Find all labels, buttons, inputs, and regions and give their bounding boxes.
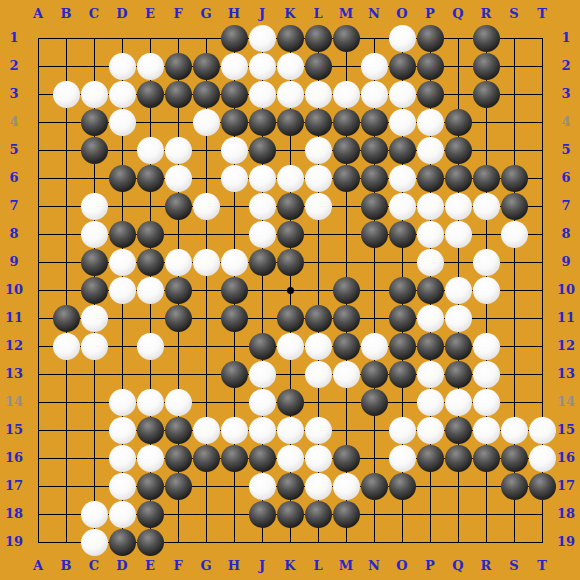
- intersection-H2[interactable]: ○: [220, 52, 248, 80]
- intersection-L5[interactable]: ○: [304, 136, 332, 164]
- intersection-R4[interactable]: [472, 108, 500, 136]
- intersection-E13[interactable]: [136, 360, 164, 388]
- intersection-H14[interactable]: [220, 388, 248, 416]
- intersection-N9[interactable]: [360, 248, 388, 276]
- intersection-N4[interactable]: ●: [360, 108, 388, 136]
- intersection-H18[interactable]: [220, 500, 248, 528]
- intersection-L3[interactable]: ○: [304, 80, 332, 108]
- intersection-S14[interactable]: [500, 388, 528, 416]
- intersection-P6[interactable]: ●: [416, 164, 444, 192]
- intersection-F7[interactable]: ●: [164, 192, 192, 220]
- intersection-T13[interactable]: [528, 360, 556, 388]
- intersection-F11[interactable]: ●: [164, 304, 192, 332]
- intersection-M1[interactable]: ●: [332, 24, 360, 52]
- intersection-N16[interactable]: [360, 444, 388, 472]
- intersection-C15[interactable]: [80, 416, 108, 444]
- intersection-P15[interactable]: ○: [416, 416, 444, 444]
- intersection-H17[interactable]: [220, 472, 248, 500]
- intersection-G13[interactable]: [192, 360, 220, 388]
- intersection-M19[interactable]: [332, 528, 360, 556]
- intersection-T14[interactable]: [528, 388, 556, 416]
- intersection-S7[interactable]: ●: [500, 192, 528, 220]
- intersection-M16[interactable]: ●: [332, 444, 360, 472]
- intersection-C9[interactable]: ●: [80, 248, 108, 276]
- intersection-D16[interactable]: ○: [108, 444, 136, 472]
- intersection-Q9[interactable]: [444, 248, 472, 276]
- intersection-R1[interactable]: ●: [472, 24, 500, 52]
- intersection-L16[interactable]: ○: [304, 444, 332, 472]
- intersection-N8[interactable]: ●: [360, 220, 388, 248]
- intersection-Q4[interactable]: ●: [444, 108, 472, 136]
- intersection-A9[interactable]: [24, 248, 52, 276]
- intersection-F4[interactable]: [164, 108, 192, 136]
- intersection-F1[interactable]: [164, 24, 192, 52]
- intersection-K14[interactable]: ●: [276, 388, 304, 416]
- intersection-T9[interactable]: [528, 248, 556, 276]
- intersection-D13[interactable]: [108, 360, 136, 388]
- intersection-K3[interactable]: ○: [276, 80, 304, 108]
- intersection-K11[interactable]: ●: [276, 304, 304, 332]
- intersection-S17[interactable]: ●: [500, 472, 528, 500]
- intersection-P17[interactable]: [416, 472, 444, 500]
- intersection-O18[interactable]: [388, 500, 416, 528]
- intersection-M4[interactable]: ●: [332, 108, 360, 136]
- intersection-E1[interactable]: [136, 24, 164, 52]
- intersection-R5[interactable]: [472, 136, 500, 164]
- intersection-O16[interactable]: ○: [388, 444, 416, 472]
- intersection-T3[interactable]: [528, 80, 556, 108]
- intersection-T18[interactable]: [528, 500, 556, 528]
- intersection-R11[interactable]: [472, 304, 500, 332]
- intersection-B19[interactable]: [52, 528, 80, 556]
- intersection-C6[interactable]: [80, 164, 108, 192]
- intersection-F2[interactable]: ●: [164, 52, 192, 80]
- intersection-G5[interactable]: [192, 136, 220, 164]
- intersection-O17[interactable]: ●: [388, 472, 416, 500]
- intersection-D7[interactable]: [108, 192, 136, 220]
- intersection-L17[interactable]: ○: [304, 472, 332, 500]
- intersection-N5[interactable]: ●: [360, 136, 388, 164]
- intersection-A17[interactable]: [24, 472, 52, 500]
- intersection-Q10[interactable]: ○: [444, 276, 472, 304]
- intersection-M18[interactable]: ●: [332, 500, 360, 528]
- intersection-J15[interactable]: ○: [248, 416, 276, 444]
- intersection-T17[interactable]: ●: [528, 472, 556, 500]
- intersection-T12[interactable]: [528, 332, 556, 360]
- intersection-B5[interactable]: [52, 136, 80, 164]
- intersection-Q3[interactable]: [444, 80, 472, 108]
- intersection-D4[interactable]: ○: [108, 108, 136, 136]
- intersection-J11[interactable]: [248, 304, 276, 332]
- intersection-D11[interactable]: [108, 304, 136, 332]
- intersection-D12[interactable]: [108, 332, 136, 360]
- intersection-L18[interactable]: ●: [304, 500, 332, 528]
- intersection-T8[interactable]: [528, 220, 556, 248]
- intersection-O4[interactable]: ○: [388, 108, 416, 136]
- intersection-O12[interactable]: ●: [388, 332, 416, 360]
- intersection-S16[interactable]: ●: [500, 444, 528, 472]
- intersection-H6[interactable]: ○: [220, 164, 248, 192]
- intersection-P18[interactable]: [416, 500, 444, 528]
- intersection-K4[interactable]: ●: [276, 108, 304, 136]
- intersection-O8[interactable]: ●: [388, 220, 416, 248]
- intersection-E3[interactable]: ●: [136, 80, 164, 108]
- intersection-Q11[interactable]: ○: [444, 304, 472, 332]
- intersection-N14[interactable]: ●: [360, 388, 388, 416]
- intersection-J19[interactable]: [248, 528, 276, 556]
- intersection-E9[interactable]: ●: [136, 248, 164, 276]
- intersection-J5[interactable]: ●: [248, 136, 276, 164]
- intersection-G2[interactable]: ●: [192, 52, 220, 80]
- intersection-H4[interactable]: ●: [220, 108, 248, 136]
- intersection-O14[interactable]: [388, 388, 416, 416]
- intersection-K10[interactable]: [276, 276, 304, 304]
- intersection-S3[interactable]: [500, 80, 528, 108]
- intersection-P13[interactable]: ○: [416, 360, 444, 388]
- intersection-N19[interactable]: [360, 528, 388, 556]
- intersection-J13[interactable]: ○: [248, 360, 276, 388]
- intersection-E5[interactable]: ○: [136, 136, 164, 164]
- intersection-K12[interactable]: ○: [276, 332, 304, 360]
- intersection-K17[interactable]: ●: [276, 472, 304, 500]
- intersection-C8[interactable]: ○: [80, 220, 108, 248]
- intersection-R17[interactable]: [472, 472, 500, 500]
- intersection-J8[interactable]: ○: [248, 220, 276, 248]
- intersection-A2[interactable]: [24, 52, 52, 80]
- intersection-C14[interactable]: [80, 388, 108, 416]
- intersection-L13[interactable]: ○: [304, 360, 332, 388]
- intersection-C17[interactable]: [80, 472, 108, 500]
- intersection-R7[interactable]: ○: [472, 192, 500, 220]
- intersection-J14[interactable]: ○: [248, 388, 276, 416]
- intersection-B1[interactable]: [52, 24, 80, 52]
- intersection-G11[interactable]: [192, 304, 220, 332]
- intersection-J6[interactable]: ○: [248, 164, 276, 192]
- intersection-F15[interactable]: ●: [164, 416, 192, 444]
- intersection-G14[interactable]: [192, 388, 220, 416]
- intersection-P11[interactable]: ○: [416, 304, 444, 332]
- intersection-O2[interactable]: ●: [388, 52, 416, 80]
- intersection-H7[interactable]: [220, 192, 248, 220]
- intersection-D17[interactable]: ○: [108, 472, 136, 500]
- intersection-A19[interactable]: [24, 528, 52, 556]
- intersection-Q15[interactable]: ●: [444, 416, 472, 444]
- intersection-P9[interactable]: ○: [416, 248, 444, 276]
- intersection-A10[interactable]: [24, 276, 52, 304]
- intersection-B9[interactable]: [52, 248, 80, 276]
- intersection-L9[interactable]: [304, 248, 332, 276]
- intersection-E19[interactable]: ●: [136, 528, 164, 556]
- intersection-B4[interactable]: [52, 108, 80, 136]
- intersection-S10[interactable]: [500, 276, 528, 304]
- intersection-M3[interactable]: ○: [332, 80, 360, 108]
- intersection-E7[interactable]: [136, 192, 164, 220]
- intersection-K13[interactable]: [276, 360, 304, 388]
- intersection-Q14[interactable]: ○: [444, 388, 472, 416]
- intersection-S11[interactable]: [500, 304, 528, 332]
- intersection-N17[interactable]: ●: [360, 472, 388, 500]
- intersection-A8[interactable]: [24, 220, 52, 248]
- intersection-F3[interactable]: ●: [164, 80, 192, 108]
- intersection-M15[interactable]: [332, 416, 360, 444]
- intersection-P1[interactable]: ●: [416, 24, 444, 52]
- intersection-L1[interactable]: ●: [304, 24, 332, 52]
- intersection-J17[interactable]: ○: [248, 472, 276, 500]
- intersection-M12[interactable]: ●: [332, 332, 360, 360]
- intersection-M14[interactable]: [332, 388, 360, 416]
- intersection-R14[interactable]: ○: [472, 388, 500, 416]
- intersection-J3[interactable]: ○: [248, 80, 276, 108]
- intersection-P19[interactable]: [416, 528, 444, 556]
- intersection-T11[interactable]: [528, 304, 556, 332]
- intersection-R16[interactable]: ●: [472, 444, 500, 472]
- intersection-A5[interactable]: [24, 136, 52, 164]
- intersection-J9[interactable]: ●: [248, 248, 276, 276]
- intersection-H5[interactable]: ○: [220, 136, 248, 164]
- intersection-M7[interactable]: [332, 192, 360, 220]
- intersection-N11[interactable]: [360, 304, 388, 332]
- intersection-C16[interactable]: [80, 444, 108, 472]
- intersection-M17[interactable]: ○: [332, 472, 360, 500]
- intersection-K5[interactable]: [276, 136, 304, 164]
- intersection-Q2[interactable]: [444, 52, 472, 80]
- intersection-R13[interactable]: ○: [472, 360, 500, 388]
- intersection-D1[interactable]: [108, 24, 136, 52]
- intersection-D14[interactable]: ○: [108, 388, 136, 416]
- intersection-G1[interactable]: [192, 24, 220, 52]
- intersection-E14[interactable]: ○: [136, 388, 164, 416]
- intersection-D2[interactable]: ○: [108, 52, 136, 80]
- intersection-L6[interactable]: ○: [304, 164, 332, 192]
- intersection-S12[interactable]: [500, 332, 528, 360]
- intersection-L10[interactable]: [304, 276, 332, 304]
- intersection-J2[interactable]: ○: [248, 52, 276, 80]
- intersection-N18[interactable]: [360, 500, 388, 528]
- intersection-O10[interactable]: ●: [388, 276, 416, 304]
- intersection-T5[interactable]: [528, 136, 556, 164]
- intersection-L11[interactable]: ●: [304, 304, 332, 332]
- intersection-B11[interactable]: ●: [52, 304, 80, 332]
- intersection-K18[interactable]: ●: [276, 500, 304, 528]
- intersection-M5[interactable]: ●: [332, 136, 360, 164]
- intersection-O6[interactable]: ○: [388, 164, 416, 192]
- intersection-J18[interactable]: ●: [248, 500, 276, 528]
- intersection-T19[interactable]: [528, 528, 556, 556]
- intersection-Q6[interactable]: ●: [444, 164, 472, 192]
- intersection-K1[interactable]: ●: [276, 24, 304, 52]
- intersection-M6[interactable]: ●: [332, 164, 360, 192]
- intersection-F8[interactable]: [164, 220, 192, 248]
- intersection-D8[interactable]: ●: [108, 220, 136, 248]
- intersection-T1[interactable]: [528, 24, 556, 52]
- intersection-H11[interactable]: ●: [220, 304, 248, 332]
- intersection-B18[interactable]: [52, 500, 80, 528]
- intersection-H9[interactable]: ○: [220, 248, 248, 276]
- intersection-A12[interactable]: [24, 332, 52, 360]
- intersection-M8[interactable]: [332, 220, 360, 248]
- intersection-R19[interactable]: [472, 528, 500, 556]
- intersection-A14[interactable]: [24, 388, 52, 416]
- intersection-Q7[interactable]: ○: [444, 192, 472, 220]
- intersection-D9[interactable]: ○: [108, 248, 136, 276]
- intersection-G4[interactable]: ○: [192, 108, 220, 136]
- intersection-G17[interactable]: [192, 472, 220, 500]
- intersection-H3[interactable]: ●: [220, 80, 248, 108]
- intersection-P14[interactable]: ○: [416, 388, 444, 416]
- intersection-M9[interactable]: [332, 248, 360, 276]
- intersection-K15[interactable]: ○: [276, 416, 304, 444]
- intersection-S13[interactable]: [500, 360, 528, 388]
- intersection-F10[interactable]: ●: [164, 276, 192, 304]
- intersection-E11[interactable]: [136, 304, 164, 332]
- intersection-E18[interactable]: ●: [136, 500, 164, 528]
- intersection-G18[interactable]: [192, 500, 220, 528]
- intersection-P16[interactable]: ●: [416, 444, 444, 472]
- intersection-A7[interactable]: [24, 192, 52, 220]
- intersection-O15[interactable]: ○: [388, 416, 416, 444]
- intersection-E8[interactable]: ●: [136, 220, 164, 248]
- intersection-P7[interactable]: ○: [416, 192, 444, 220]
- intersection-R10[interactable]: ○: [472, 276, 500, 304]
- intersection-Q12[interactable]: ●: [444, 332, 472, 360]
- intersection-J7[interactable]: ○: [248, 192, 276, 220]
- intersection-S6[interactable]: ●: [500, 164, 528, 192]
- intersection-O7[interactable]: ○: [388, 192, 416, 220]
- intersection-R9[interactable]: ○: [472, 248, 500, 276]
- intersection-G12[interactable]: [192, 332, 220, 360]
- intersection-N7[interactable]: ●: [360, 192, 388, 220]
- intersection-P10[interactable]: ●: [416, 276, 444, 304]
- intersection-E12[interactable]: ○: [136, 332, 164, 360]
- intersection-A1[interactable]: [24, 24, 52, 52]
- intersection-G9[interactable]: ○: [192, 248, 220, 276]
- intersection-C10[interactable]: ●: [80, 276, 108, 304]
- intersection-F12[interactable]: [164, 332, 192, 360]
- intersection-A16[interactable]: [24, 444, 52, 472]
- intersection-Q18[interactable]: [444, 500, 472, 528]
- intersection-N10[interactable]: [360, 276, 388, 304]
- intersection-N13[interactable]: ●: [360, 360, 388, 388]
- intersection-F19[interactable]: [164, 528, 192, 556]
- intersection-B7[interactable]: [52, 192, 80, 220]
- intersection-P5[interactable]: ○: [416, 136, 444, 164]
- intersection-E10[interactable]: ○: [136, 276, 164, 304]
- intersection-F13[interactable]: [164, 360, 192, 388]
- intersection-B13[interactable]: [52, 360, 80, 388]
- intersection-R6[interactable]: ●: [472, 164, 500, 192]
- intersection-S1[interactable]: [500, 24, 528, 52]
- intersection-C19[interactable]: ○: [80, 528, 108, 556]
- intersection-A6[interactable]: [24, 164, 52, 192]
- intersection-S18[interactable]: [500, 500, 528, 528]
- intersection-T15[interactable]: ○: [528, 416, 556, 444]
- intersection-T16[interactable]: ○: [528, 444, 556, 472]
- intersection-O9[interactable]: [388, 248, 416, 276]
- intersection-L14[interactable]: [304, 388, 332, 416]
- intersection-E2[interactable]: ○: [136, 52, 164, 80]
- intersection-N15[interactable]: [360, 416, 388, 444]
- intersection-S2[interactable]: [500, 52, 528, 80]
- intersection-J10[interactable]: [248, 276, 276, 304]
- intersection-C2[interactable]: [80, 52, 108, 80]
- intersection-G3[interactable]: ●: [192, 80, 220, 108]
- intersection-R3[interactable]: ●: [472, 80, 500, 108]
- intersection-C5[interactable]: ●: [80, 136, 108, 164]
- intersection-G8[interactable]: [192, 220, 220, 248]
- intersection-N3[interactable]: ○: [360, 80, 388, 108]
- intersection-O3[interactable]: ○: [388, 80, 416, 108]
- intersection-A3[interactable]: [24, 80, 52, 108]
- intersection-H16[interactable]: ●: [220, 444, 248, 472]
- intersection-O1[interactable]: ○: [388, 24, 416, 52]
- intersection-P4[interactable]: ○: [416, 108, 444, 136]
- intersection-B8[interactable]: [52, 220, 80, 248]
- intersection-F9[interactable]: ○: [164, 248, 192, 276]
- intersection-F5[interactable]: ○: [164, 136, 192, 164]
- intersection-C3[interactable]: ○: [80, 80, 108, 108]
- intersection-G7[interactable]: ○: [192, 192, 220, 220]
- intersection-Q1[interactable]: [444, 24, 472, 52]
- intersection-R12[interactable]: ○: [472, 332, 500, 360]
- intersection-T2[interactable]: [528, 52, 556, 80]
- intersection-M10[interactable]: ●: [332, 276, 360, 304]
- intersection-G10[interactable]: [192, 276, 220, 304]
- intersection-Q17[interactable]: [444, 472, 472, 500]
- intersection-O11[interactable]: ●: [388, 304, 416, 332]
- intersection-L12[interactable]: ○: [304, 332, 332, 360]
- intersection-T10[interactable]: [528, 276, 556, 304]
- intersection-A11[interactable]: [24, 304, 52, 332]
- intersection-F18[interactable]: [164, 500, 192, 528]
- intersection-S4[interactable]: [500, 108, 528, 136]
- intersection-C12[interactable]: ○: [80, 332, 108, 360]
- intersection-Q19[interactable]: [444, 528, 472, 556]
- intersection-H8[interactable]: [220, 220, 248, 248]
- intersection-O5[interactable]: ●: [388, 136, 416, 164]
- intersection-K2[interactable]: ○: [276, 52, 304, 80]
- intersection-B17[interactable]: [52, 472, 80, 500]
- intersection-A13[interactable]: [24, 360, 52, 388]
- intersection-H19[interactable]: [220, 528, 248, 556]
- intersection-K16[interactable]: ○: [276, 444, 304, 472]
- intersection-J1[interactable]: ○: [248, 24, 276, 52]
- intersection-R18[interactable]: [472, 500, 500, 528]
- intersection-D5[interactable]: [108, 136, 136, 164]
- intersection-D3[interactable]: ○: [108, 80, 136, 108]
- intersection-J12[interactable]: ●: [248, 332, 276, 360]
- intersection-E17[interactable]: ●: [136, 472, 164, 500]
- intersection-T7[interactable]: [528, 192, 556, 220]
- intersection-C7[interactable]: ○: [80, 192, 108, 220]
- intersection-R8[interactable]: [472, 220, 500, 248]
- intersection-C18[interactable]: ○: [80, 500, 108, 528]
- intersection-D10[interactable]: ○: [108, 276, 136, 304]
- intersection-Q16[interactable]: ●: [444, 444, 472, 472]
- intersection-C1[interactable]: [80, 24, 108, 52]
- intersection-G15[interactable]: ○: [192, 416, 220, 444]
- intersection-M13[interactable]: ○: [332, 360, 360, 388]
- intersection-M2[interactable]: [332, 52, 360, 80]
- intersection-K8[interactable]: ●: [276, 220, 304, 248]
- intersection-L2[interactable]: ●: [304, 52, 332, 80]
- intersection-H12[interactable]: [220, 332, 248, 360]
- intersection-H1[interactable]: ●: [220, 24, 248, 52]
- intersection-K6[interactable]: ○: [276, 164, 304, 192]
- intersection-J16[interactable]: ●: [248, 444, 276, 472]
- intersection-Q13[interactable]: ●: [444, 360, 472, 388]
- intersection-D6[interactable]: ●: [108, 164, 136, 192]
- intersection-L4[interactable]: ●: [304, 108, 332, 136]
